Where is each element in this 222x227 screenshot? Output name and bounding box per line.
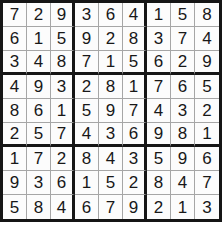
sudoku-cell-r5c5[interactable]: 9: [99, 99, 123, 123]
sudoku-cell-r9c7[interactable]: 2: [147, 195, 171, 219]
sudoku-cell-r8c6[interactable]: 2: [123, 171, 147, 195]
sudoku-cell-r7c5[interactable]: 4: [99, 147, 123, 171]
sudoku-cell-r9c9[interactable]: 3: [195, 195, 219, 219]
sudoku-cell-r7c7[interactable]: 5: [147, 147, 171, 171]
sudoku-cell-r3c8[interactable]: 2: [171, 51, 195, 75]
sudoku-cell-r5c2[interactable]: 6: [27, 99, 51, 123]
sudoku-cell-r2c1[interactable]: 6: [3, 27, 27, 51]
sudoku-cell-r7c2[interactable]: 7: [27, 147, 51, 171]
sudoku-cell-r6c1[interactable]: 2: [3, 123, 27, 147]
sudoku-cell-r1c6[interactable]: 4: [123, 3, 147, 27]
sudoku-cell-r7c1[interactable]: 1: [3, 147, 27, 171]
sudoku-cell-r1c7[interactable]: 1: [147, 3, 171, 27]
sudoku-cell-r5c9[interactable]: 2: [195, 99, 219, 123]
sudoku-page: 7293641586159283743487156294932817658615…: [0, 0, 222, 227]
sudoku-cell-r6c9[interactable]: 1: [195, 123, 219, 147]
sudoku-cell-r8c9[interactable]: 7: [195, 171, 219, 195]
sudoku-cell-r8c5[interactable]: 5: [99, 171, 123, 195]
sudoku-cell-r5c4[interactable]: 5: [75, 99, 99, 123]
sudoku-cell-r4c5[interactable]: 8: [99, 75, 123, 99]
sudoku-cell-r6c4[interactable]: 4: [75, 123, 99, 147]
sudoku-cell-r5c8[interactable]: 3: [171, 99, 195, 123]
sudoku-cell-r2c2[interactable]: 1: [27, 27, 51, 51]
sudoku-cell-r8c3[interactable]: 6: [51, 171, 75, 195]
sudoku-cell-r4c7[interactable]: 7: [147, 75, 171, 99]
sudoku-cell-r3c3[interactable]: 8: [51, 51, 75, 75]
sudoku-cell-r1c8[interactable]: 5: [171, 3, 195, 27]
sudoku-cell-r9c5[interactable]: 7: [99, 195, 123, 219]
sudoku-cell-r4c4[interactable]: 2: [75, 75, 99, 99]
sudoku-cell-r9c6[interactable]: 9: [123, 195, 147, 219]
sudoku-cell-r1c5[interactable]: 6: [99, 3, 123, 27]
sudoku-cell-r1c4[interactable]: 3: [75, 3, 99, 27]
sudoku-cell-r8c8[interactable]: 4: [171, 171, 195, 195]
sudoku-cell-r8c4[interactable]: 1: [75, 171, 99, 195]
sudoku-cell-r9c8[interactable]: 1: [171, 195, 195, 219]
sudoku-cell-r4c6[interactable]: 1: [123, 75, 147, 99]
sudoku-cell-r2c6[interactable]: 8: [123, 27, 147, 51]
sudoku-cell-r3c1[interactable]: 3: [3, 51, 27, 75]
sudoku-cell-r7c6[interactable]: 3: [123, 147, 147, 171]
sudoku-cell-r9c1[interactable]: 5: [3, 195, 27, 219]
sudoku-cell-r1c1[interactable]: 7: [3, 3, 27, 27]
sudoku-cell-r8c2[interactable]: 3: [27, 171, 51, 195]
sudoku-cell-r2c9[interactable]: 4: [195, 27, 219, 51]
sudoku-cell-r6c3[interactable]: 7: [51, 123, 75, 147]
sudoku-cell-r6c5[interactable]: 3: [99, 123, 123, 147]
sudoku-cell-r5c1[interactable]: 8: [3, 99, 27, 123]
sudoku-cell-r5c3[interactable]: 1: [51, 99, 75, 123]
sudoku-cell-r3c4[interactable]: 7: [75, 51, 99, 75]
sudoku-cell-r1c2[interactable]: 2: [27, 3, 51, 27]
sudoku-cell-r9c4[interactable]: 6: [75, 195, 99, 219]
sudoku-cell-r2c7[interactable]: 3: [147, 27, 171, 51]
sudoku-cell-r6c8[interactable]: 8: [171, 123, 195, 147]
sudoku-cell-r7c8[interactable]: 9: [171, 147, 195, 171]
sudoku-cell-r6c7[interactable]: 9: [147, 123, 171, 147]
sudoku-cell-r2c4[interactable]: 9: [75, 27, 99, 51]
sudoku-cell-r1c9[interactable]: 8: [195, 3, 219, 27]
sudoku-cell-r4c8[interactable]: 6: [171, 75, 195, 99]
sudoku-cell-r5c6[interactable]: 7: [123, 99, 147, 123]
sudoku-board: 7293641586159283743487156294932817658615…: [0, 0, 222, 222]
sudoku-cell-r4c2[interactable]: 9: [27, 75, 51, 99]
sudoku-cell-r7c3[interactable]: 2: [51, 147, 75, 171]
sudoku-cell-r3c6[interactable]: 5: [123, 51, 147, 75]
sudoku-cell-r4c9[interactable]: 5: [195, 75, 219, 99]
sudoku-cell-r8c1[interactable]: 9: [3, 171, 27, 195]
sudoku-cell-r7c9[interactable]: 6: [195, 147, 219, 171]
sudoku-cell-r2c8[interactable]: 7: [171, 27, 195, 51]
sudoku-cell-r4c1[interactable]: 4: [3, 75, 27, 99]
sudoku-cell-r3c5[interactable]: 1: [99, 51, 123, 75]
sudoku-cell-r2c3[interactable]: 5: [51, 27, 75, 51]
sudoku-cell-r6c6[interactable]: 6: [123, 123, 147, 147]
sudoku-cell-r6c2[interactable]: 5: [27, 123, 51, 147]
sudoku-cell-r9c2[interactable]: 8: [27, 195, 51, 219]
sudoku-cell-r3c7[interactable]: 6: [147, 51, 171, 75]
sudoku-cell-r3c2[interactable]: 4: [27, 51, 51, 75]
sudoku-cell-r9c3[interactable]: 4: [51, 195, 75, 219]
sudoku-cell-r2c5[interactable]: 2: [99, 27, 123, 51]
sudoku-cell-r7c4[interactable]: 8: [75, 147, 99, 171]
sudoku-cell-r4c3[interactable]: 3: [51, 75, 75, 99]
sudoku-cell-r5c7[interactable]: 4: [147, 99, 171, 123]
sudoku-cell-r3c9[interactable]: 9: [195, 51, 219, 75]
sudoku-cell-r1c3[interactable]: 9: [51, 3, 75, 27]
sudoku-cell-r8c7[interactable]: 8: [147, 171, 171, 195]
